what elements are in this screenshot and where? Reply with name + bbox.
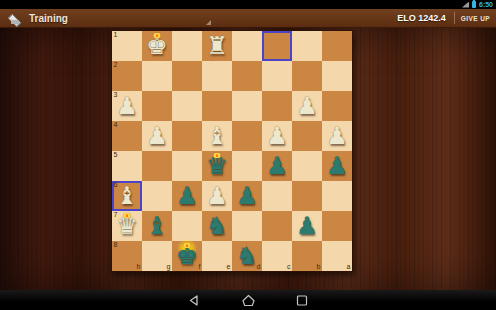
white-pawn: ♟	[202, 181, 232, 211]
square-b8[interactable]: b	[292, 241, 322, 271]
square-a6[interactable]	[322, 181, 352, 211]
square-e3[interactable]	[202, 91, 232, 121]
square-d7[interactable]	[232, 211, 262, 241]
action-bar: Training ELO 1242.4 GIVE UP	[0, 9, 496, 28]
square-b7[interactable]: ♟	[292, 211, 322, 241]
square-e1[interactable]: ♜	[202, 31, 232, 61]
spinner-caret-icon	[206, 20, 211, 25]
square-f3[interactable]	[172, 91, 202, 121]
wood-background: 1♚♜23♟♟4♟♝♟♟5♛♟♟6♝♟♟♟7♛♝♞♟8hgf♚ed♞cba	[0, 28, 496, 290]
rank-label-5: 5	[114, 151, 118, 159]
back-icon[interactable]	[186, 293, 202, 307]
black-pawn: ♟	[232, 181, 262, 211]
square-g3[interactable]	[142, 91, 172, 121]
rank-label-1: 1	[114, 31, 118, 39]
navigation-bar	[0, 290, 496, 310]
square-f6[interactable]: ♟	[172, 181, 202, 211]
square-d3[interactable]	[232, 91, 262, 121]
square-d8[interactable]: d♞	[232, 241, 262, 271]
rank-label-6: 6	[114, 181, 118, 189]
signal-icon	[462, 2, 469, 8]
square-h8[interactable]: 8h	[112, 241, 142, 271]
square-c7[interactable]	[262, 211, 292, 241]
square-e8[interactable]: e	[202, 241, 232, 271]
square-h5[interactable]: 5	[112, 151, 142, 181]
square-h4[interactable]: 4	[112, 121, 142, 151]
rank-label-4: 4	[114, 121, 118, 129]
battery-icon	[472, 1, 476, 8]
square-f5[interactable]	[172, 151, 202, 181]
square-a7[interactable]	[322, 211, 352, 241]
white-pawn: ♟	[292, 91, 322, 121]
square-d2[interactable]	[232, 61, 262, 91]
square-c5[interactable]: ♟	[262, 151, 292, 181]
square-c8[interactable]: c	[262, 241, 292, 271]
square-c1[interactable]	[262, 31, 292, 61]
square-h7[interactable]: 7♛	[112, 211, 142, 241]
graduation-cap-icon	[7, 13, 23, 25]
give-up-button[interactable]: GIVE UP	[455, 9, 496, 27]
file-label-a: a	[347, 263, 351, 271]
square-c3[interactable]	[262, 91, 292, 121]
file-label-e: e	[227, 263, 231, 271]
black-pawn: ♟	[322, 151, 352, 181]
square-g1[interactable]: ♚	[142, 31, 172, 61]
white-rook: ♜	[202, 31, 232, 61]
file-label-h: h	[137, 263, 141, 271]
square-h1[interactable]: 1	[112, 31, 142, 61]
square-e4[interactable]: ♝	[202, 121, 232, 151]
square-c6[interactable]	[262, 181, 292, 211]
square-g5[interactable]	[142, 151, 172, 181]
square-h3[interactable]: 3♟	[112, 91, 142, 121]
title-spinner[interactable]: Training	[0, 9, 397, 27]
square-c2[interactable]	[262, 61, 292, 91]
white-king: ♚	[142, 31, 172, 61]
square-d1[interactable]	[232, 31, 262, 61]
file-label-g: g	[167, 263, 171, 271]
square-b6[interactable]	[292, 181, 322, 211]
square-f1[interactable]	[172, 31, 202, 61]
chess-board: 1♚♜23♟♟4♟♝♟♟5♛♟♟6♝♟♟♟7♛♝♞♟8hgf♚ed♞cba	[111, 30, 353, 272]
square-f8[interactable]: f♚	[172, 241, 202, 271]
rank-label-7: 7	[114, 211, 118, 219]
square-d5[interactable]	[232, 151, 262, 181]
square-f2[interactable]	[172, 61, 202, 91]
white-bishop: ♝	[202, 121, 232, 151]
black-knight: ♞	[202, 211, 232, 241]
square-f7[interactable]	[172, 211, 202, 241]
square-g4[interactable]: ♟	[142, 121, 172, 151]
square-a5[interactable]: ♟	[322, 151, 352, 181]
file-label-b: b	[317, 263, 321, 271]
clock-text: 6:50	[479, 0, 493, 9]
square-e6[interactable]: ♟	[202, 181, 232, 211]
square-e2[interactable]	[202, 61, 232, 91]
file-label-f: f	[199, 263, 201, 271]
square-a8[interactable]: a	[322, 241, 352, 271]
black-pawn: ♟	[172, 181, 202, 211]
square-b3[interactable]: ♟	[292, 91, 322, 121]
square-b5[interactable]	[292, 151, 322, 181]
square-h2[interactable]: 2	[112, 61, 142, 91]
square-a2[interactable]	[322, 61, 352, 91]
square-e5[interactable]: ♛	[202, 151, 232, 181]
recents-icon[interactable]	[294, 293, 310, 307]
square-g2[interactable]	[142, 61, 172, 91]
square-b2[interactable]	[292, 61, 322, 91]
square-h6[interactable]: 6♝	[112, 181, 142, 211]
square-a4[interactable]: ♟	[322, 121, 352, 151]
white-pawn: ♟	[322, 121, 352, 151]
square-g6[interactable]	[142, 181, 172, 211]
square-d6[interactable]: ♟	[232, 181, 262, 211]
home-icon[interactable]	[240, 293, 256, 307]
black-queen: ♛	[202, 151, 232, 181]
black-king: ♚	[172, 241, 202, 271]
rank-label-3: 3	[114, 91, 118, 99]
rank-label-8: 8	[114, 241, 118, 249]
square-g7[interactable]: ♝	[142, 211, 172, 241]
square-a1[interactable]	[322, 31, 352, 61]
square-c4[interactable]: ♟	[262, 121, 292, 151]
square-f4[interactable]	[172, 121, 202, 151]
elo-rating: ELO 1242.4	[397, 13, 454, 23]
square-e7[interactable]: ♞	[202, 211, 232, 241]
square-g8[interactable]: g	[142, 241, 172, 271]
white-pawn: ♟	[142, 121, 172, 151]
black-bishop: ♝	[142, 211, 172, 241]
file-label-d: d	[257, 263, 261, 271]
status-bar: 6:50	[0, 0, 496, 9]
black-pawn: ♟	[292, 211, 322, 241]
white-pawn: ♟	[262, 121, 292, 151]
rank-label-2: 2	[114, 61, 118, 69]
page-title: Training	[29, 13, 68, 24]
black-pawn: ♟	[262, 151, 292, 181]
square-a3[interactable]	[322, 91, 352, 121]
square-b4[interactable]	[292, 121, 322, 151]
square-d4[interactable]	[232, 121, 262, 151]
file-label-c: c	[287, 263, 291, 271]
square-b1[interactable]	[292, 31, 322, 61]
